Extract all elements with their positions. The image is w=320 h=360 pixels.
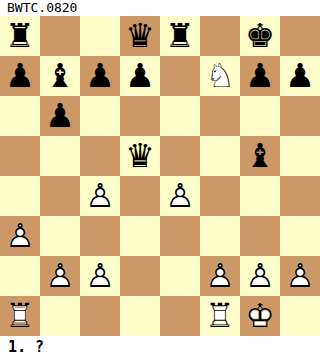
square-d8[interactable]: ♛ — [120, 16, 160, 56]
piece-white-pawn[interactable]: ♟♙ — [80, 256, 120, 296]
square-d6[interactable] — [120, 96, 160, 136]
piece-black-bishop[interactable]: ♝ — [240, 136, 280, 176]
piece-outline: ♘ — [200, 56, 240, 96]
square-h6[interactable] — [280, 96, 320, 136]
piece-outline: ♔ — [240, 296, 280, 336]
square-d5[interactable]: ♛ — [120, 136, 160, 176]
square-g4[interactable] — [240, 176, 280, 216]
square-h2[interactable]: ♟♙ — [280, 256, 320, 296]
piece-outline: ♙ — [280, 256, 320, 296]
piece-white-rook[interactable]: ♜♖ — [0, 296, 40, 336]
piece-black-pawn[interactable]: ♟ — [40, 96, 80, 136]
piece-white-king[interactable]: ♚♔ — [240, 296, 280, 336]
square-b1[interactable] — [40, 296, 80, 336]
square-g7[interactable]: ♟ — [240, 56, 280, 96]
square-b8[interactable] — [40, 16, 80, 56]
square-b3[interactable] — [40, 216, 80, 256]
piece-outline: ♙ — [240, 256, 280, 296]
square-b7[interactable]: ♝ — [40, 56, 80, 96]
piece-black-queen[interactable]: ♛ — [120, 16, 160, 56]
piece-outline: ♖ — [200, 296, 240, 336]
square-h7[interactable]: ♟ — [280, 56, 320, 96]
piece-white-pawn[interactable]: ♟♙ — [80, 176, 120, 216]
square-e4[interactable]: ♟♙ — [160, 176, 200, 216]
piece-outline: ♖ — [0, 296, 40, 336]
square-e3[interactable] — [160, 216, 200, 256]
square-g6[interactable] — [240, 96, 280, 136]
square-a7[interactable]: ♟ — [0, 56, 40, 96]
piece-white-pawn[interactable]: ♟♙ — [200, 256, 240, 296]
piece-white-pawn[interactable]: ♟♙ — [0, 216, 40, 256]
square-b6[interactable]: ♟ — [40, 96, 80, 136]
piece-black-bishop[interactable]: ♝ — [40, 56, 80, 96]
piece-black-rook[interactable]: ♜ — [0, 16, 40, 56]
square-f6[interactable] — [200, 96, 240, 136]
square-a8[interactable]: ♜ — [0, 16, 40, 56]
chess-board: ♜♛♜♚♟♝♟♟♞♘♟♟♟♛♝♟♙♟♙♟♙♟♙♟♙♟♙♟♙♟♙♜♖♜♖♚♔ — [0, 16, 320, 336]
piece-white-knight[interactable]: ♞♘ — [200, 56, 240, 96]
square-f8[interactable] — [200, 16, 240, 56]
square-a6[interactable] — [0, 96, 40, 136]
piece-white-pawn[interactable]: ♟♙ — [160, 176, 200, 216]
piece-black-pawn[interactable]: ♟ — [0, 56, 40, 96]
square-e8[interactable]: ♜ — [160, 16, 200, 56]
piece-outline: ♙ — [160, 176, 200, 216]
piece-black-pawn[interactable]: ♟ — [120, 56, 160, 96]
square-f4[interactable] — [200, 176, 240, 216]
piece-white-pawn[interactable]: ♟♙ — [40, 256, 80, 296]
diagram-title: BWTC.0820 — [0, 0, 320, 16]
piece-outline: ♙ — [80, 176, 120, 216]
square-h3[interactable] — [280, 216, 320, 256]
square-b2[interactable]: ♟♙ — [40, 256, 80, 296]
square-h4[interactable] — [280, 176, 320, 216]
piece-outline: ♙ — [0, 216, 40, 256]
square-g8[interactable]: ♚ — [240, 16, 280, 56]
square-d3[interactable] — [120, 216, 160, 256]
piece-black-rook[interactable]: ♜ — [160, 16, 200, 56]
square-f5[interactable] — [200, 136, 240, 176]
square-e1[interactable] — [160, 296, 200, 336]
square-c4[interactable]: ♟♙ — [80, 176, 120, 216]
square-d7[interactable]: ♟ — [120, 56, 160, 96]
piece-black-pawn[interactable]: ♟ — [280, 56, 320, 96]
square-g5[interactable]: ♝ — [240, 136, 280, 176]
square-c1[interactable] — [80, 296, 120, 336]
square-a5[interactable] — [0, 136, 40, 176]
piece-outline: ♙ — [40, 256, 80, 296]
square-c6[interactable] — [80, 96, 120, 136]
piece-white-pawn[interactable]: ♟♙ — [240, 256, 280, 296]
square-c3[interactable] — [80, 216, 120, 256]
square-c7[interactable]: ♟ — [80, 56, 120, 96]
piece-black-pawn[interactable]: ♟ — [240, 56, 280, 96]
piece-outline: ♙ — [80, 256, 120, 296]
square-c2[interactable]: ♟♙ — [80, 256, 120, 296]
square-a4[interactable] — [0, 176, 40, 216]
square-h5[interactable] — [280, 136, 320, 176]
square-d4[interactable] — [120, 176, 160, 216]
piece-black-queen[interactable]: ♛ — [120, 136, 160, 176]
square-d2[interactable] — [120, 256, 160, 296]
square-a1[interactable]: ♜♖ — [0, 296, 40, 336]
square-b5[interactable] — [40, 136, 80, 176]
move-prompt: 1. ? — [0, 336, 320, 360]
piece-white-pawn[interactable]: ♟♙ — [280, 256, 320, 296]
square-g2[interactable]: ♟♙ — [240, 256, 280, 296]
square-f2[interactable]: ♟♙ — [200, 256, 240, 296]
square-c5[interactable] — [80, 136, 120, 176]
square-f3[interactable] — [200, 216, 240, 256]
square-h8[interactable] — [280, 16, 320, 56]
square-e7[interactable] — [160, 56, 200, 96]
square-a2[interactable] — [0, 256, 40, 296]
square-h1[interactable] — [280, 296, 320, 336]
piece-black-king[interactable]: ♚ — [240, 16, 280, 56]
square-e2[interactable] — [160, 256, 200, 296]
square-b4[interactable] — [40, 176, 80, 216]
piece-white-rook[interactable]: ♜♖ — [200, 296, 240, 336]
piece-outline: ♙ — [200, 256, 240, 296]
piece-black-pawn[interactable]: ♟ — [80, 56, 120, 96]
square-g1[interactable]: ♚♔ — [240, 296, 280, 336]
square-c8[interactable] — [80, 16, 120, 56]
square-e5[interactable] — [160, 136, 200, 176]
square-f7[interactable]: ♞♘ — [200, 56, 240, 96]
square-g3[interactable] — [240, 216, 280, 256]
square-e6[interactable] — [160, 96, 200, 136]
square-f1[interactable]: ♜♖ — [200, 296, 240, 336]
square-a3[interactable]: ♟♙ — [0, 216, 40, 256]
square-d1[interactable] — [120, 296, 160, 336]
